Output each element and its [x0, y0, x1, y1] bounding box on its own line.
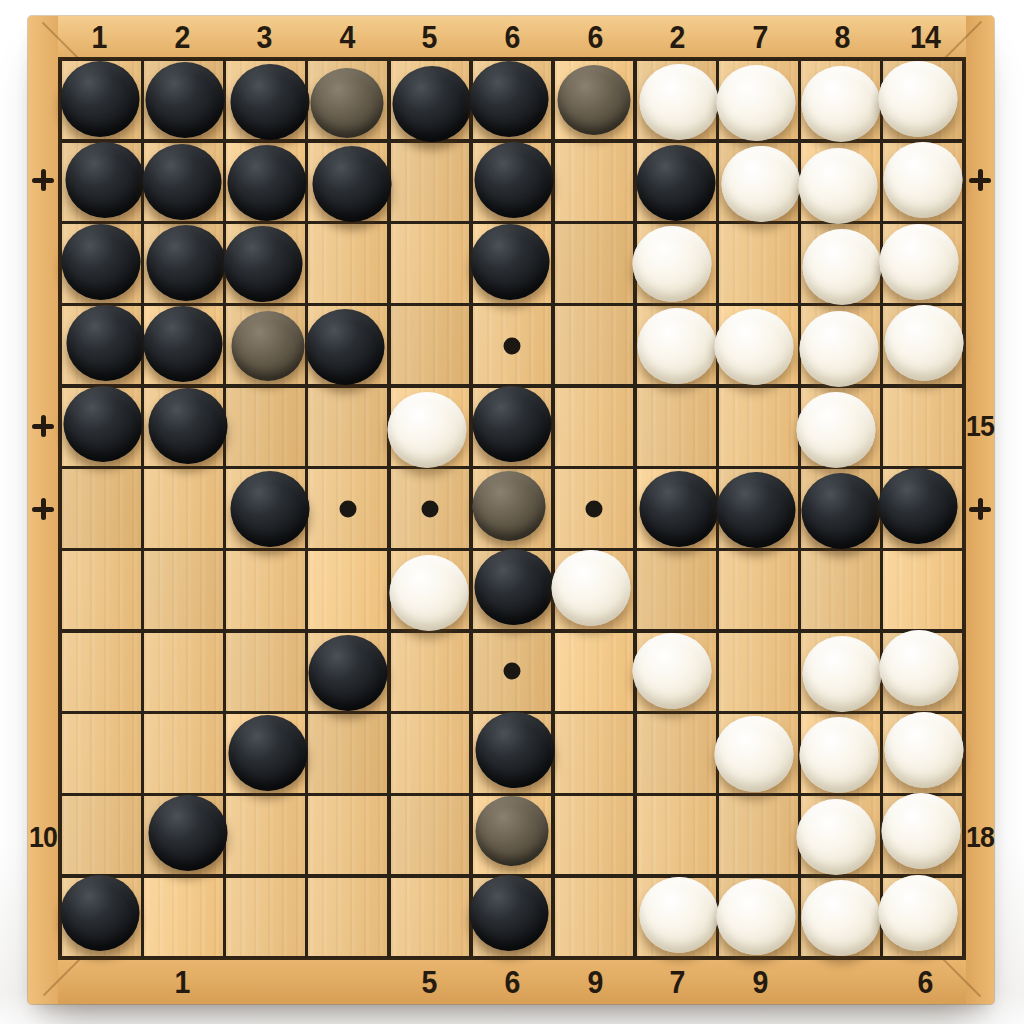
black-stone[interactable]: [312, 146, 391, 222]
black-stone[interactable]: [148, 388, 227, 464]
bottom-coordinate-label: 7: [670, 967, 685, 998]
black-stone[interactable]: [801, 473, 880, 549]
black-stone[interactable]: [65, 142, 144, 218]
white-stone[interactable]: [878, 875, 957, 951]
black-stone[interactable]: [63, 386, 142, 462]
black-stone[interactable]: [469, 875, 548, 951]
black-stone[interactable]: [471, 224, 550, 300]
white-stone[interactable]: [633, 226, 712, 302]
cross-marker-icon: [31, 497, 55, 521]
star-point: [504, 337, 521, 354]
top-coordinate-label: 4: [339, 22, 354, 53]
photo-background: 1234566278141569796101518: [0, 0, 1024, 1024]
black-stone[interactable]: [469, 61, 548, 137]
white-stone[interactable]: [878, 61, 957, 137]
white-stone[interactable]: [633, 633, 712, 709]
gray-black-stone[interactable]: [476, 796, 549, 866]
star-point: [422, 500, 439, 517]
white-stone[interactable]: [800, 311, 879, 387]
top-coordinate-label: 7: [752, 22, 767, 53]
white-stone[interactable]: [639, 877, 718, 953]
black-stone[interactable]: [224, 226, 303, 302]
top-coordinate-label: 3: [257, 22, 272, 53]
black-stone[interactable]: [476, 712, 555, 788]
bottom-coordinate-label: 9: [587, 967, 602, 998]
cross-marker-icon: [968, 497, 992, 521]
black-stone[interactable]: [473, 386, 552, 462]
star-point: [504, 663, 521, 680]
cross-marker-icon: [968, 168, 992, 192]
left-coordinate-label: 10: [29, 822, 57, 851]
cross-marker-icon: [31, 168, 55, 192]
white-stone[interactable]: [716, 65, 795, 141]
white-stone[interactable]: [803, 636, 882, 712]
star-point: [585, 500, 602, 517]
gray-black-stone[interactable]: [472, 471, 545, 541]
frame-miter-seam: [43, 954, 85, 996]
board-playfield: [58, 57, 966, 960]
white-stone[interactable]: [715, 309, 794, 385]
black-stone[interactable]: [60, 875, 139, 951]
go-board: 1234566278141569796101518: [28, 16, 994, 1004]
black-stone[interactable]: [878, 468, 957, 544]
white-stone[interactable]: [800, 717, 879, 793]
top-coordinate-label: 8: [835, 22, 850, 53]
top-coordinate-label: 2: [670, 22, 685, 53]
bottom-coordinate-label: 5: [422, 967, 437, 998]
white-stone[interactable]: [389, 555, 468, 631]
white-stone[interactable]: [880, 224, 959, 300]
white-stone[interactable]: [797, 392, 876, 468]
cross-marker-icon: [31, 414, 55, 438]
white-stone[interactable]: [638, 308, 717, 384]
white-stone[interactable]: [803, 229, 882, 305]
black-stone[interactable]: [636, 145, 715, 221]
black-stone[interactable]: [309, 635, 388, 711]
top-coordinate-label: 1: [92, 22, 107, 53]
black-stone[interactable]: [144, 306, 223, 382]
white-stone[interactable]: [716, 879, 795, 955]
stones-layer: [62, 61, 962, 956]
star-point: [340, 500, 357, 517]
white-stone[interactable]: [801, 880, 880, 956]
white-stone[interactable]: [715, 716, 794, 792]
gray-black-stone[interactable]: [557, 65, 630, 135]
gray-black-stone[interactable]: [232, 311, 305, 381]
black-stone[interactable]: [147, 225, 226, 301]
bottom-coordinate-label: 6: [505, 967, 520, 998]
gray-black-stone[interactable]: [310, 68, 383, 138]
black-stone[interactable]: [60, 61, 139, 137]
top-coordinate-label: 14: [910, 22, 940, 53]
bottom-coordinate-label: 1: [174, 967, 189, 998]
white-stone[interactable]: [882, 793, 961, 869]
top-coordinate-label: 6: [505, 22, 520, 53]
black-stone[interactable]: [62, 224, 141, 300]
white-stone[interactable]: [798, 148, 877, 224]
white-stone[interactable]: [551, 550, 630, 626]
top-coordinate-label: 5: [422, 22, 437, 53]
white-stone[interactable]: [885, 305, 964, 381]
bottom-coordinate-label: 9: [752, 967, 767, 998]
white-stone[interactable]: [885, 712, 964, 788]
bottom-coordinate-label: 6: [917, 967, 932, 998]
right-coordinate-label: 15: [966, 412, 994, 441]
frame-miter-seam: [939, 955, 981, 997]
white-stone[interactable]: [721, 146, 800, 222]
black-stone[interactable]: [474, 549, 553, 625]
black-stone[interactable]: [145, 62, 224, 138]
white-stone[interactable]: [797, 799, 876, 875]
black-stone[interactable]: [639, 471, 718, 547]
black-stone[interactable]: [306, 309, 385, 385]
white-stone[interactable]: [880, 630, 959, 706]
black-stone[interactable]: [227, 145, 306, 221]
black-stone[interactable]: [716, 472, 795, 548]
black-stone[interactable]: [142, 144, 221, 220]
top-coordinate-label: 2: [174, 22, 189, 53]
black-stone[interactable]: [229, 715, 308, 791]
top-coordinate-label: 6: [587, 22, 602, 53]
black-stone[interactable]: [474, 142, 553, 218]
black-stone[interactable]: [230, 471, 309, 547]
black-stone[interactable]: [392, 66, 471, 142]
black-stone[interactable]: [148, 795, 227, 871]
white-stone[interactable]: [639, 64, 718, 140]
right-coordinate-label: 18: [966, 822, 994, 851]
black-stone[interactable]: [67, 305, 146, 381]
white-stone[interactable]: [883, 142, 962, 218]
black-stone[interactable]: [230, 64, 309, 140]
white-stone[interactable]: [801, 66, 880, 142]
white-stone[interactable]: [387, 392, 466, 468]
